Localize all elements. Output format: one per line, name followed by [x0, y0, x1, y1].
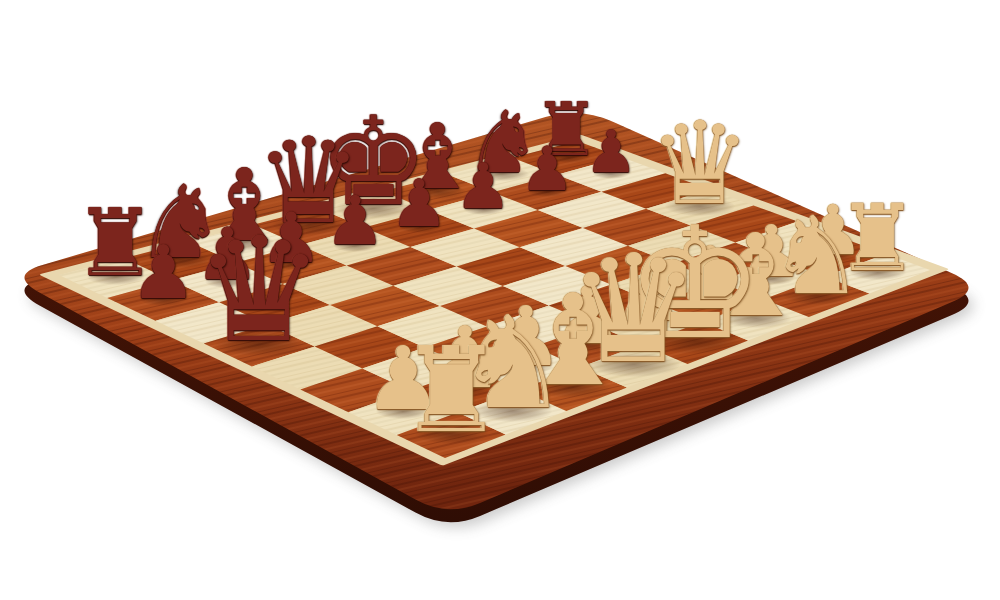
piece-white-boxwood-rook-a1[interactable]: ♜	[378, 331, 526, 449]
piece-black-red-queen-a5[interactable]: ♛	[169, 218, 350, 363]
chess-set-photo: ♜♟♞♝♟♛♚♟♛♟♝♟♟♞♟♜♜♟♟♞♟♟♝♟♚♛♟♛♟♝♟♞♟♜	[0, 0, 1000, 600]
